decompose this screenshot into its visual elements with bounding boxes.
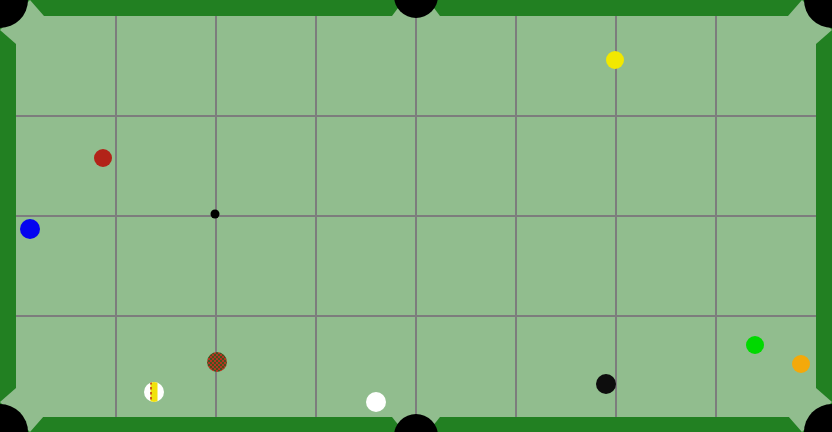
ball-cue-white-body: [366, 392, 386, 412]
ball-black-body: [596, 374, 616, 394]
ball-yellow[interactable]: [606, 51, 624, 69]
ball-yellow-body: [606, 51, 624, 69]
ball-cue-white[interactable]: [366, 392, 386, 412]
ball-blue-body: [20, 219, 40, 239]
table-svg: [0, 0, 832, 432]
ball-orange-body: [792, 355, 810, 373]
ball-green[interactable]: [746, 336, 764, 354]
ball-red[interactable]: [94, 149, 112, 167]
spot-marker: [211, 210, 220, 219]
ball-black[interactable]: [596, 374, 616, 394]
ball-brown-body: [207, 352, 227, 372]
ball-red-body: [94, 149, 112, 167]
ball-green-body: [746, 336, 764, 354]
ball-blue[interactable]: [20, 219, 40, 239]
markings-layer: [211, 210, 220, 219]
ball-striped-yellow[interactable]: [144, 382, 164, 402]
ball-brown[interactable]: [207, 352, 227, 372]
ball-orange[interactable]: [792, 355, 810, 373]
pool-table: [0, 0, 832, 432]
